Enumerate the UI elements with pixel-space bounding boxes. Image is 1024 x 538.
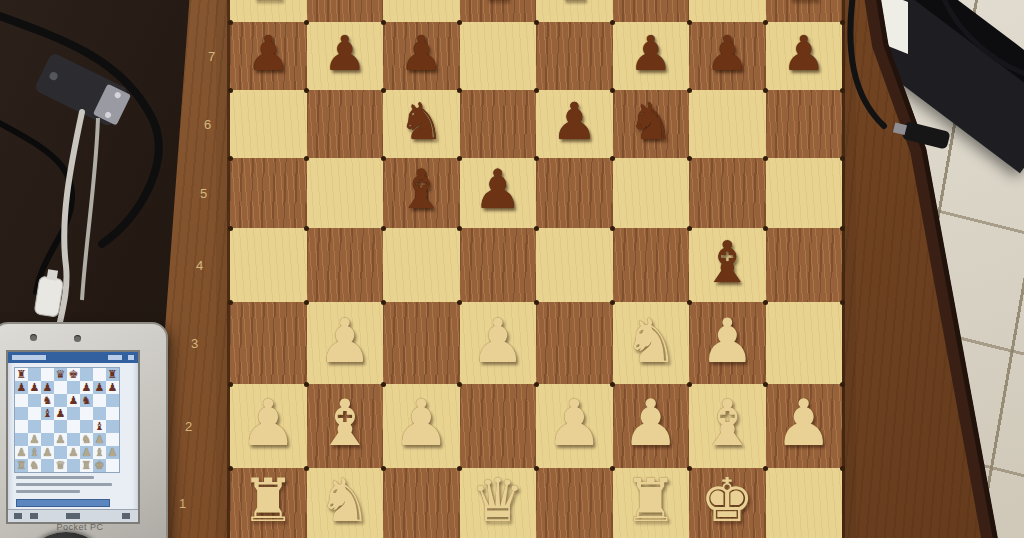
black-rook-h8: ♜: [783, 0, 824, 7]
square-a1: ♜: [15, 459, 28, 472]
rank-label-2: 2: [185, 419, 192, 434]
square-b6: [307, 90, 384, 158]
square-c1: [41, 459, 54, 472]
square-e4: [536, 228, 613, 302]
square-g5: [93, 407, 106, 420]
square-f3: ♞: [613, 302, 690, 384]
rank-label-1: 1: [179, 496, 186, 511]
square-b2: ♝: [28, 446, 41, 459]
square-c6: ♞: [383, 90, 460, 158]
white-pawn-f2: ♟: [622, 391, 679, 455]
square-b6: [28, 394, 41, 407]
square-f8: [613, 0, 690, 22]
square-d8: ♛: [54, 368, 67, 381]
square-h4: [766, 228, 843, 302]
square-c5: ♝: [41, 407, 54, 420]
square-e1: [536, 468, 613, 538]
square-a4: [15, 420, 28, 433]
square-a6: [15, 394, 28, 407]
square-f6: ♞: [613, 90, 690, 158]
square-c7: ♟: [383, 22, 460, 90]
move-list-line: [16, 490, 80, 493]
square-d6: [54, 394, 67, 407]
square-a7: ♟: [15, 381, 28, 394]
black-pawn-g7: ♟: [95, 382, 105, 393]
black-bishop-c5: ♝: [397, 163, 445, 217]
square-a5: [230, 158, 307, 228]
clock-text-blur: [108, 355, 122, 360]
square-g1: ♚: [93, 459, 106, 472]
menu-icon: [30, 513, 38, 519]
square-g8: [689, 0, 766, 22]
white-rook-f1: ♜: [82, 460, 92, 471]
square-d3: ♟: [460, 302, 537, 384]
square-b1: ♞: [28, 459, 41, 472]
square-g4: ♝: [689, 228, 766, 302]
square-d4: [54, 420, 67, 433]
square-g4: ♝: [93, 420, 106, 433]
square-f7: ♟: [613, 22, 690, 90]
black-bishop-c5: ♝: [43, 408, 53, 419]
square-b4: [307, 228, 384, 302]
square-g1: ♚: [689, 468, 766, 538]
square-g3: ♟: [93, 433, 106, 446]
dpad-button: [22, 532, 110, 538]
square-b3: ♟: [28, 433, 41, 446]
white-pawn-g3: ♟: [700, 310, 755, 371]
white-queen-d1: ♛: [471, 470, 525, 530]
square-f7: ♟: [80, 381, 93, 394]
square-e7: [67, 381, 80, 394]
black-knight-f6: ♞: [628, 96, 674, 147]
square-a7: ♟: [230, 22, 307, 90]
square-f5: [80, 407, 93, 420]
square-e8: ♚: [536, 0, 613, 22]
white-pawn-d3: ♟: [470, 310, 525, 371]
black-knight-c6: ♞: [43, 395, 53, 406]
white-pawn-d3: ♟: [56, 434, 66, 445]
move-list-line: [16, 476, 94, 479]
black-pawn-d5: ♟: [56, 408, 66, 419]
black-king-e8: ♚: [554, 0, 595, 7]
engine-progress-bar: [16, 499, 110, 507]
white-pawn-b3: ♟: [317, 310, 372, 371]
square-e5: [536, 158, 613, 228]
black-rook-a8: ♜: [248, 0, 289, 7]
square-f1: ♜: [80, 459, 93, 472]
white-pawn-h2: ♟: [108, 447, 118, 458]
white-bishop-g2: ♝: [699, 391, 756, 455]
square-e2: ♟: [67, 446, 80, 459]
square-e6: ♟: [536, 90, 613, 158]
square-b7: ♟: [28, 381, 41, 394]
square-h3: [766, 302, 843, 384]
square-c7: ♟: [41, 381, 54, 394]
black-pawn-a7: ♟: [247, 29, 290, 77]
square-g2: ♝: [93, 446, 106, 459]
app-title-bar: [8, 352, 138, 363]
white-pawn-a2: ♟: [240, 391, 297, 455]
square-d7: [54, 381, 67, 394]
square-a2: ♟: [230, 384, 307, 468]
black-pawn-a7: ♟: [17, 382, 27, 393]
square-h5: [766, 158, 843, 228]
black-bishop-g4: ♝: [702, 234, 753, 291]
white-pawn-c2: ♟: [393, 391, 450, 455]
white-pawn-a2: ♟: [17, 447, 27, 458]
square-d1: ♛: [460, 468, 537, 538]
square-f2: ♟: [80, 446, 93, 459]
square-f2: ♟: [613, 384, 690, 468]
square-d2: [54, 446, 67, 459]
white-king-g1: ♚: [700, 470, 754, 530]
rank-label-4: 4: [196, 258, 203, 273]
white-rook-a1: ♜: [241, 470, 295, 530]
square-b8: [307, 0, 384, 22]
pocket-pc-device: ♜♛♚♜♟♟♟♟♟♟♞♟♞♝♟♝♟♟♞♟♟♝♟♟♟♝♟♜♞♛♜♚ Pocket …: [0, 322, 168, 538]
square-d2: [460, 384, 537, 468]
power-led: [30, 334, 37, 341]
black-knight-c6: ♞: [398, 96, 444, 147]
rank-label-6: 6: [204, 117, 211, 132]
white-pawn-e2: ♟: [546, 391, 603, 455]
black-pawn-g7: ♟: [706, 29, 749, 77]
white-pawn-f2: ♟: [82, 447, 92, 458]
square-d8: ♛: [460, 0, 537, 22]
black-queen-d8: ♛: [477, 0, 518, 7]
square-f4: [80, 420, 93, 433]
square-a8: ♜: [230, 0, 307, 22]
square-d3: ♟: [54, 433, 67, 446]
square-g6: [689, 90, 766, 158]
square-c6: ♞: [41, 394, 54, 407]
square-h2: ♟: [766, 384, 843, 468]
square-a1: ♜: [230, 468, 307, 538]
square-g8: [93, 368, 106, 381]
square-c2: ♟: [41, 446, 54, 459]
square-c3: [41, 433, 54, 446]
square-f1: ♜: [613, 468, 690, 538]
white-queen-d1: ♛: [56, 460, 66, 471]
square-e2: ♟: [536, 384, 613, 468]
square-d4: [460, 228, 537, 302]
square-c4: [41, 420, 54, 433]
square-d7: [460, 22, 537, 90]
white-knight-f3: ♞: [82, 434, 92, 445]
ok-icon: [128, 355, 134, 360]
square-f5: [613, 158, 690, 228]
square-e6: ♟: [67, 394, 80, 407]
square-h7: ♟: [766, 22, 843, 90]
white-pawn-b3: ♟: [30, 434, 40, 445]
black-pawn-h7: ♟: [782, 29, 825, 77]
white-rook-f1: ♜: [624, 470, 678, 530]
square-b3: ♟: [307, 302, 384, 384]
app-title-text-blur: [12, 355, 46, 360]
keyboard-icon: [122, 513, 130, 519]
black-knight-f6: ♞: [82, 395, 92, 406]
square-c3: [383, 302, 460, 384]
square-h1: [106, 459, 119, 472]
square-g6: [93, 394, 106, 407]
black-pawn-f7: ♟: [629, 29, 672, 77]
square-h4: [106, 420, 119, 433]
photo-scene: ♜♛♚♜♟♟♟♟♟♟♞♟♞♝♟♝♟♟♞♟♟♝♟♟♟♝♟♜♞♛♜♚ 7654321: [0, 0, 1024, 538]
menu-icon: [14, 513, 22, 519]
square-c8: [383, 0, 460, 22]
square-c8: [41, 368, 54, 381]
black-rook-a8: ♜: [17, 369, 27, 380]
rank-label-7: 7: [208, 49, 215, 64]
square-a3: [15, 433, 28, 446]
flag-icon: [66, 513, 80, 519]
square-f3: ♞: [80, 433, 93, 446]
white-knight-b1: ♞: [318, 470, 372, 530]
square-h2: ♟: [106, 446, 119, 459]
white-rook-a1: ♜: [17, 460, 27, 471]
square-g2: ♝: [689, 384, 766, 468]
square-c5: ♝: [383, 158, 460, 228]
white-pawn-g3: ♟: [95, 434, 105, 445]
square-d5: ♟: [54, 407, 67, 420]
black-pawn-d5: ♟: [474, 163, 522, 217]
square-d1: ♛: [54, 459, 67, 472]
square-c2: ♟: [383, 384, 460, 468]
square-e1: [67, 459, 80, 472]
white-knight-f3: ♞: [623, 310, 678, 371]
square-h6: [766, 90, 843, 158]
black-bishop-g4: ♝: [95, 421, 105, 432]
square-a6: [230, 90, 307, 158]
white-pawn-h2: ♟: [775, 391, 832, 455]
rank-label-5: 5: [200, 186, 207, 201]
square-e8: ♚: [67, 368, 80, 381]
square-b5: [28, 407, 41, 420]
square-h6: [106, 394, 119, 407]
black-pawn-f7: ♟: [82, 382, 92, 393]
square-g5: [689, 158, 766, 228]
square-a8: ♜: [15, 368, 28, 381]
black-pawn-b7: ♟: [323, 29, 366, 77]
square-c4: [383, 228, 460, 302]
white-bishop-b2: ♝: [30, 447, 40, 458]
black-queen-d8: ♛: [56, 369, 66, 380]
square-a3: [230, 302, 307, 384]
square-a5: [15, 407, 28, 420]
square-h8: ♜: [106, 368, 119, 381]
black-rook-h8: ♜: [108, 369, 118, 380]
white-bishop-b2: ♝: [316, 391, 373, 455]
square-b5: [307, 158, 384, 228]
square-d6: [460, 90, 537, 158]
square-b4: [28, 420, 41, 433]
move-list-line: [16, 483, 112, 486]
white-pawn-e2: ♟: [69, 447, 79, 458]
white-king-g1: ♚: [95, 460, 105, 471]
square-d5: ♟: [460, 158, 537, 228]
square-c1: [383, 468, 460, 538]
black-pawn-e6: ♟: [69, 395, 79, 406]
square-e5: [67, 407, 80, 420]
square-e3: [67, 433, 80, 446]
white-knight-b1: ♞: [30, 460, 40, 471]
app-mini-chessboard: ♜♛♚♜♟♟♟♟♟♟♞♟♞♝♟♝♟♟♞♟♟♝♟♟♟♝♟♜♞♛♜♚: [14, 367, 120, 473]
square-a2: ♟: [15, 446, 28, 459]
device-screen: ♜♛♚♜♟♟♟♟♟♟♞♟♞♝♟♝♟♟♞♟♟♝♟♟♟♝♟♜♞♛♜♚: [6, 350, 140, 524]
square-h8: ♜: [766, 0, 843, 22]
square-g7: ♟: [689, 22, 766, 90]
app-menu-bar: [8, 509, 138, 522]
white-pawn-c2: ♟: [43, 447, 53, 458]
black-pawn-e6: ♟: [551, 96, 597, 147]
black-pawn-h7: ♟: [108, 382, 118, 393]
square-b7: ♟: [307, 22, 384, 90]
device-brand-label: Pocket PC: [0, 522, 166, 532]
square-h7: ♟: [106, 381, 119, 394]
rank-label-3: 3: [191, 336, 198, 351]
square-h3: [106, 433, 119, 446]
square-f6: ♞: [80, 394, 93, 407]
square-g7: ♟: [93, 381, 106, 394]
black-pawn-c7: ♟: [43, 382, 53, 393]
square-e7: [536, 22, 613, 90]
square-g3: ♟: [689, 302, 766, 384]
square-b1: ♞: [307, 468, 384, 538]
square-b2: ♝: [307, 384, 384, 468]
square-e4: [67, 420, 80, 433]
black-pawn-b7: ♟: [30, 382, 40, 393]
square-h1: [766, 468, 843, 538]
square-h5: [106, 407, 119, 420]
black-king-e8: ♚: [69, 369, 79, 380]
black-pawn-c7: ♟: [400, 29, 443, 77]
square-f8: [80, 368, 93, 381]
square-e3: [536, 302, 613, 384]
white-bishop-g2: ♝: [95, 447, 105, 458]
square-b8: [28, 368, 41, 381]
square-f4: [613, 228, 690, 302]
light-sensor: [74, 335, 81, 342]
chess-board: ♜♛♚♜♟♟♟♟♟♟♞♟♞♝♟♝♟♟♞♟♟♝♟♟♟♝♟♜♞♛♜♚: [230, 0, 842, 538]
square-a4: [230, 228, 307, 302]
